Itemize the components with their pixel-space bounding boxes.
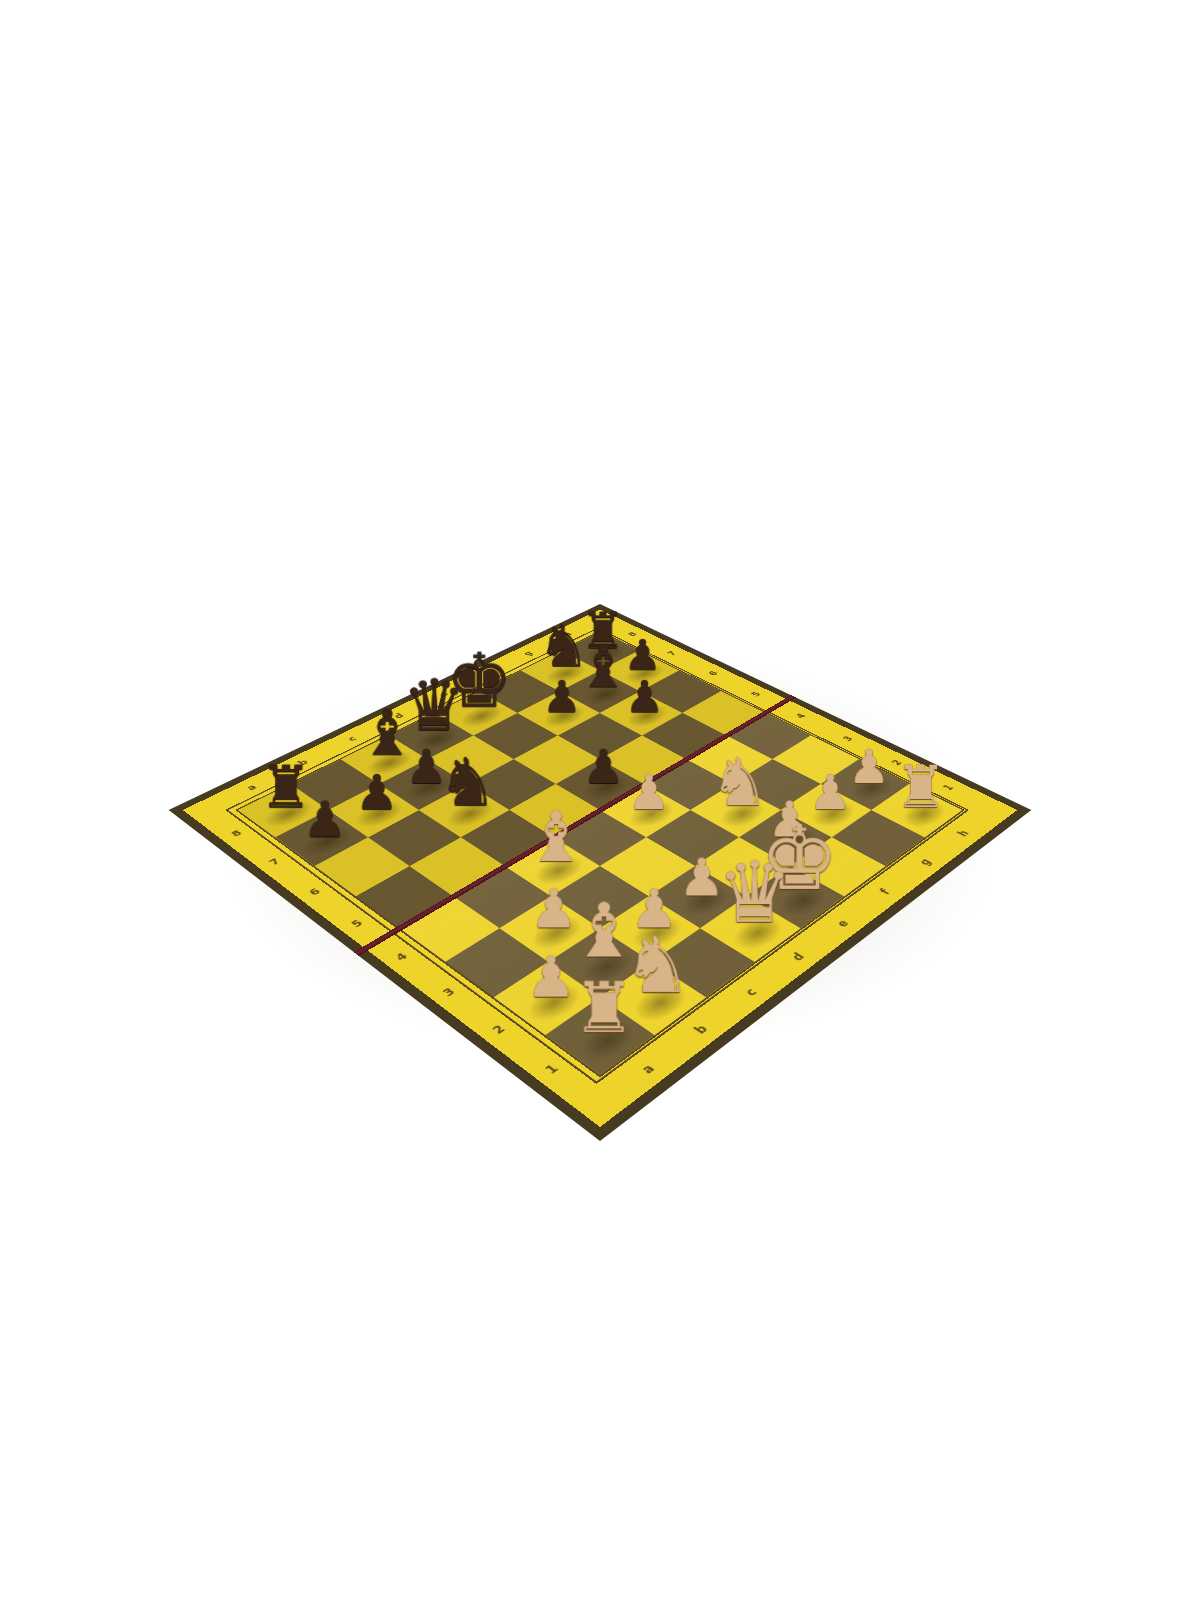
white-rook-h1: ♜ xyxy=(895,758,947,816)
black-knight-c6: ♞ xyxy=(438,750,497,816)
perspective-stage: ♜♝♛♚♞♜♟♟♟♟♝♟♞♟♟♝♟♟♞♟♝♟♟♟♟♟♜♞♛♚♜ 88776655… xyxy=(0,0,1200,1600)
file-label-g-top: g xyxy=(517,648,539,659)
white-pawn-e4: ♟ xyxy=(627,768,670,816)
white-bishop-c4: ♝ xyxy=(525,803,587,873)
rank-label-8-left: 8 xyxy=(224,826,250,842)
product-photo-scene: ♜♝♛♚♞♜♟♟♟♟♝♟♞♟♟♝♟♟♞♟♝♟♟♟♟♟♜♞♛♚♜ 88776655… xyxy=(0,0,1200,1600)
white-pawn-h2: ♟ xyxy=(848,743,890,790)
chessboard: ♜♝♛♚♞♜♟♟♟♟♝♟♞♟♟♝♟♟♞♟♝♟♟♟♟♟♜♞♛♚♜ 88776655… xyxy=(169,604,1032,1141)
rank-label-7-left: 7 xyxy=(261,854,288,870)
file-label-c-bottom: c xyxy=(736,982,766,1002)
rank-label-4-right: 4 xyxy=(789,710,812,723)
black-pawn-a7: ♟ xyxy=(303,794,347,843)
rank-label-6-right: 6 xyxy=(702,668,724,679)
black-pawn-e5: ♟ xyxy=(582,743,624,790)
rank-label-4-left: 4 xyxy=(387,947,416,966)
white-queen-d1: ♛ xyxy=(717,851,793,935)
board-margin: ♜♝♛♚♞♜♟♟♟♟♝♟♞♟♟♝♟♟♞♟♝♟♟♟♟♟♜♞♛♚♜ 88776655… xyxy=(183,609,1017,1127)
rank-label-6-left: 6 xyxy=(301,883,328,900)
rank-label-3-left: 3 xyxy=(434,982,464,1002)
rank-label-1-left: 1 xyxy=(536,1058,567,1081)
file-label-f-bottom: f xyxy=(871,883,898,900)
rank-label-5-left: 5 xyxy=(343,914,371,932)
rank-label-5-right: 5 xyxy=(745,688,768,700)
file-label-b-bottom: b xyxy=(686,1019,717,1041)
file-label-d-bottom: d xyxy=(784,947,813,966)
square-g1 xyxy=(832,810,925,866)
black-bishop-g7: ♝ xyxy=(577,638,630,697)
white-rook-a1: ♜ xyxy=(573,973,636,1043)
black-pawn-b7: ♟ xyxy=(355,768,398,816)
file-label-e-bottom: e xyxy=(829,914,857,932)
rank-label-2-left: 2 xyxy=(484,1019,515,1041)
rank-label-7-right: 7 xyxy=(661,648,683,659)
white-pawn-a2: ♟ xyxy=(526,949,577,1005)
file-label-g-bottom: g xyxy=(912,854,939,870)
file-label-a-bottom: a xyxy=(632,1058,663,1081)
file-label-h-bottom: h xyxy=(950,826,976,842)
black-pawn-g6: ♟ xyxy=(625,674,664,718)
black-pawn-f7: ♟ xyxy=(542,674,581,718)
